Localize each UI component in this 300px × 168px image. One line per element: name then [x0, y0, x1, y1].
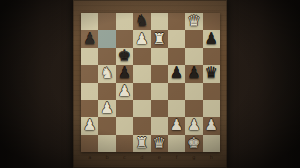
square-e6[interactable]: [151, 48, 168, 65]
square-a1[interactable]: [81, 135, 98, 152]
square-f1[interactable]: [168, 135, 185, 152]
square-d5[interactable]: [133, 65, 150, 82]
square-h4[interactable]: [203, 83, 220, 100]
square-d8[interactable]: ♞: [133, 13, 150, 30]
square-h1[interactable]: [203, 135, 220, 152]
square-a5[interactable]: [81, 65, 98, 82]
piece-white-pawn-f2[interactable]: ♟: [168, 117, 185, 134]
square-a2[interactable]: ♟: [81, 117, 98, 134]
file-label-g: g: [185, 153, 202, 162]
square-h8[interactable]: [203, 13, 220, 30]
square-b8[interactable]: [98, 13, 115, 30]
piece-white-knight-b5[interactable]: ♞: [98, 65, 115, 82]
file-label-h: h: [203, 153, 220, 162]
file-label-e: e: [151, 153, 168, 162]
square-c3[interactable]: [116, 100, 133, 117]
square-f3[interactable]: [168, 100, 185, 117]
square-c1[interactable]: [116, 135, 133, 152]
square-e2[interactable]: [151, 117, 168, 134]
piece-black-queen-h5[interactable]: ♛: [203, 65, 220, 82]
square-a6[interactable]: [81, 48, 98, 65]
file-label-b: b: [98, 153, 115, 162]
square-g1[interactable]: ♚: [185, 135, 202, 152]
square-h2[interactable]: ♟: [203, 117, 220, 134]
square-c7[interactable]: [116, 30, 133, 47]
piece-white-queen-g8[interactable]: ♛: [185, 13, 202, 30]
square-g7[interactable]: [185, 30, 202, 47]
square-d7[interactable]: ♟: [133, 30, 150, 47]
square-f8[interactable]: [168, 13, 185, 30]
file-label-f: f: [168, 153, 185, 162]
file-label-d: d: [133, 153, 150, 162]
piece-white-pawn-h2[interactable]: ♟: [203, 117, 220, 134]
square-c5[interactable]: ♟: [116, 65, 133, 82]
piece-white-pawn-b3[interactable]: ♟: [98, 99, 115, 116]
square-g6[interactable]: [185, 48, 202, 65]
square-g4[interactable]: [185, 83, 202, 100]
square-b6[interactable]: [98, 48, 115, 65]
file-label-a: a: [81, 153, 98, 162]
square-b7[interactable]: [98, 30, 115, 47]
square-d4[interactable]: [133, 83, 150, 100]
piece-white-pawn-c4[interactable]: ♟: [116, 82, 133, 99]
piece-white-pawn-g2[interactable]: ♟: [185, 117, 202, 134]
square-a3[interactable]: [81, 100, 98, 117]
square-c4[interactable]: ♟: [116, 83, 133, 100]
square-g2[interactable]: ♟: [185, 117, 202, 134]
square-b3[interactable]: ♟: [98, 100, 115, 117]
piece-black-pawn-f5[interactable]: ♟: [168, 65, 185, 82]
chess-board: ♞♛♟♟♜♟♚♞♟♟♟♛♟♟♟♟♟♟♜♛♚: [81, 13, 220, 152]
square-e3[interactable]: [151, 100, 168, 117]
file-labels: abcdefgh: [81, 153, 220, 162]
square-g3[interactable]: [185, 100, 202, 117]
square-a8[interactable]: [81, 13, 98, 30]
piece-white-pawn-d7[interactable]: ♟: [133, 30, 150, 47]
square-h3[interactable]: [203, 100, 220, 117]
page-background: ♞♛♟♟♜♟♚♞♟♟♟♛♟♟♟♟♟♟♜♛♚ abcdefgh: [0, 0, 300, 168]
square-h6[interactable]: [203, 48, 220, 65]
piece-white-rook-d1[interactable]: ♜: [133, 134, 150, 151]
square-f2[interactable]: ♟: [168, 117, 185, 134]
square-g5[interactable]: ♟: [185, 65, 202, 82]
piece-white-rook-e7[interactable]: ♜: [151, 30, 168, 47]
square-e8[interactable]: [151, 13, 168, 30]
square-f7[interactable]: [168, 30, 185, 47]
piece-black-king-c6[interactable]: ♚: [116, 47, 133, 64]
piece-white-king-g1[interactable]: ♚: [185, 134, 202, 151]
square-h5[interactable]: ♛: [203, 65, 220, 82]
board-frame: ♞♛♟♟♜♟♚♞♟♟♟♛♟♟♟♟♟♟♜♛♚ abcdefgh: [73, 0, 227, 168]
square-d6[interactable]: [133, 48, 150, 65]
square-a4[interactable]: [81, 83, 98, 100]
piece-black-pawn-h7[interactable]: ♟: [203, 30, 220, 47]
square-c6[interactable]: ♚: [116, 48, 133, 65]
square-e7[interactable]: ♜: [151, 30, 168, 47]
square-b4[interactable]: [98, 83, 115, 100]
square-f4[interactable]: [168, 83, 185, 100]
piece-black-pawn-c5[interactable]: ♟: [116, 65, 133, 82]
square-d3[interactable]: [133, 100, 150, 117]
square-b1[interactable]: [98, 135, 115, 152]
square-c8[interactable]: [116, 13, 133, 30]
piece-black-pawn-g5[interactable]: ♟: [185, 65, 202, 82]
square-b2[interactable]: [98, 117, 115, 134]
piece-black-knight-d8[interactable]: ♞: [133, 13, 150, 30]
piece-black-pawn-a7[interactable]: ♟: [81, 30, 98, 47]
square-b5[interactable]: ♞: [98, 65, 115, 82]
piece-white-queen-e1[interactable]: ♛: [151, 134, 168, 151]
file-label-c: c: [116, 153, 133, 162]
square-e5[interactable]: [151, 65, 168, 82]
square-c2[interactable]: [116, 117, 133, 134]
square-f6[interactable]: [168, 48, 185, 65]
square-f5[interactable]: ♟: [168, 65, 185, 82]
square-d2[interactable]: [133, 117, 150, 134]
square-g8[interactable]: ♛: [185, 13, 202, 30]
square-d1[interactable]: ♜: [133, 135, 150, 152]
square-a7[interactable]: ♟: [81, 30, 98, 47]
piece-white-pawn-a2[interactable]: ♟: [81, 117, 98, 134]
square-h7[interactable]: ♟: [203, 30, 220, 47]
square-e1[interactable]: ♛: [151, 135, 168, 152]
square-e4[interactable]: [151, 83, 168, 100]
